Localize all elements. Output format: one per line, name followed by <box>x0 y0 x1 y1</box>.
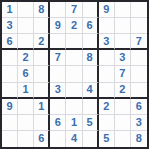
cell-r5c6[interactable] <box>83 66 99 82</box>
cell-r5c2[interactable]: 6 <box>18 66 34 82</box>
cell-r9c3[interactable]: 6 <box>34 131 50 147</box>
cell-r9c7[interactable]: 5 <box>99 131 115 147</box>
cell-r4c5[interactable] <box>66 50 82 66</box>
cell-r3c7[interactable]: 3 <box>99 34 115 50</box>
cell-r5c4[interactable] <box>50 66 66 82</box>
given-digit: 6 <box>55 117 61 128</box>
cell-r3c9[interactable]: 7 <box>131 34 147 50</box>
cell-r3c8[interactable] <box>115 34 131 50</box>
cell-r7c4[interactable] <box>50 99 66 115</box>
given-digit: 6 <box>87 20 93 31</box>
cell-r6c1[interactable] <box>2 83 18 99</box>
cell-r5c1[interactable] <box>2 66 18 82</box>
cell-r6c4[interactable]: 3 <box>50 83 66 99</box>
cell-r5c8[interactable]: 7 <box>115 66 131 82</box>
given-digit: 7 <box>119 68 125 79</box>
cell-r3c1[interactable]: 6 <box>2 34 18 50</box>
given-digit: 5 <box>103 133 109 144</box>
sudoku-board: 1879392662372783671342912661536458 <box>0 0 149 149</box>
given-digit: 3 <box>6 20 12 31</box>
given-digit: 2 <box>38 36 44 47</box>
given-digit: 8 <box>136 133 142 144</box>
cell-r8c5[interactable]: 1 <box>66 115 82 131</box>
cell-r8c8[interactable] <box>115 115 131 131</box>
given-digit: 6 <box>136 101 142 112</box>
given-digit: 3 <box>103 36 109 47</box>
cell-r4c8[interactable]: 3 <box>115 50 131 66</box>
cell-r4c9[interactable] <box>131 50 147 66</box>
cell-r1c1[interactable]: 1 <box>2 2 18 18</box>
cell-r8c9[interactable]: 3 <box>131 115 147 131</box>
cell-r8c4[interactable]: 6 <box>50 115 66 131</box>
cell-r4c2[interactable]: 2 <box>18 50 34 66</box>
given-digit: 8 <box>38 4 44 15</box>
cell-r7c1[interactable]: 9 <box>2 99 18 115</box>
cell-r3c4[interactable] <box>50 34 66 50</box>
cell-r7c2[interactable] <box>18 99 34 115</box>
cell-r8c3[interactable] <box>34 115 50 131</box>
cell-r9c6[interactable] <box>83 131 99 147</box>
given-digit: 6 <box>23 68 29 79</box>
cell-r2c4[interactable]: 9 <box>50 18 66 34</box>
cell-r6c9[interactable] <box>131 83 147 99</box>
cell-r6c6[interactable]: 4 <box>83 83 99 99</box>
cell-r9c1[interactable] <box>2 131 18 147</box>
given-digit: 2 <box>23 52 29 63</box>
given-digit: 3 <box>119 52 125 63</box>
sudoku-app: 1879392662372783671342912661536458 <box>0 0 150 150</box>
cell-r7c9[interactable]: 6 <box>131 99 147 115</box>
cell-r2c3[interactable] <box>34 18 50 34</box>
cell-r8c1[interactable] <box>2 115 18 131</box>
cell-r3c3[interactable]: 2 <box>34 34 50 50</box>
given-digit: 4 <box>71 133 77 144</box>
cell-r8c7[interactable] <box>99 115 115 131</box>
given-digit: 9 <box>6 101 12 112</box>
cell-r7c7[interactable]: 2 <box>99 99 115 115</box>
cell-r5c9[interactable] <box>131 66 147 82</box>
given-digit: 5 <box>87 117 93 128</box>
cell-r9c5[interactable]: 4 <box>66 131 82 147</box>
cell-r6c2[interactable]: 1 <box>18 83 34 99</box>
cell-r1c5[interactable]: 7 <box>66 2 82 18</box>
cell-r7c5[interactable] <box>66 99 82 115</box>
cell-r9c2[interactable] <box>18 131 34 147</box>
given-digit: 1 <box>38 101 44 112</box>
cell-r4c7[interactable] <box>99 50 115 66</box>
given-digit: 2 <box>103 101 109 112</box>
cell-r1c2[interactable] <box>18 2 34 18</box>
cell-r2c2[interactable] <box>18 18 34 34</box>
cell-r8c6[interactable]: 5 <box>83 115 99 131</box>
cell-r5c3[interactable] <box>34 66 50 82</box>
cell-r1c9[interactable] <box>131 2 147 18</box>
cell-r1c6[interactable] <box>83 2 99 18</box>
cell-r9c8[interactable] <box>115 131 131 147</box>
cell-r2c8[interactable] <box>115 18 131 34</box>
given-digit: 3 <box>136 117 142 128</box>
cell-r6c7[interactable] <box>99 83 115 99</box>
cell-r3c2[interactable] <box>18 34 34 50</box>
given-digit: 8 <box>87 52 93 63</box>
cell-r1c8[interactable] <box>115 2 131 18</box>
cell-r4c3[interactable] <box>34 50 50 66</box>
given-digit: 9 <box>55 20 61 31</box>
cell-r1c3[interactable]: 8 <box>34 2 50 18</box>
given-digit: 1 <box>23 84 29 95</box>
cell-r4c6[interactable]: 8 <box>83 50 99 66</box>
cell-r7c6[interactable] <box>83 99 99 115</box>
cell-r2c5[interactable]: 2 <box>66 18 82 34</box>
cell-r7c8[interactable] <box>115 99 131 115</box>
cell-r2c1[interactable]: 3 <box>2 18 18 34</box>
cell-r1c7[interactable]: 9 <box>99 2 115 18</box>
cell-r6c5[interactable] <box>66 83 82 99</box>
cell-r2c9[interactable] <box>131 18 147 34</box>
given-digit: 9 <box>103 4 109 15</box>
given-digit: 1 <box>6 4 12 15</box>
given-digit: 1 <box>71 117 77 128</box>
cell-r1c4[interactable] <box>50 2 66 18</box>
cell-r5c5[interactable] <box>66 66 82 82</box>
cell-r4c1[interactable] <box>2 50 18 66</box>
cell-r8c2[interactable] <box>18 115 34 131</box>
given-digit: 7 <box>136 36 142 47</box>
cell-r2c7[interactable] <box>99 18 115 34</box>
cell-r2c6[interactable]: 6 <box>83 18 99 34</box>
given-digit: 4 <box>87 84 93 95</box>
given-digit: 3 <box>55 84 61 95</box>
cell-r7c3[interactable]: 1 <box>34 99 50 115</box>
cell-r6c8[interactable]: 2 <box>115 83 131 99</box>
given-digit: 2 <box>119 84 125 95</box>
given-digit: 6 <box>6 36 12 47</box>
cell-r4c4[interactable]: 7 <box>50 50 66 66</box>
cell-r6c3[interactable] <box>34 83 50 99</box>
cell-r9c4[interactable] <box>50 131 66 147</box>
given-digit: 7 <box>55 52 61 63</box>
given-digit: 6 <box>38 133 44 144</box>
cell-r9c9[interactable]: 8 <box>131 131 147 147</box>
given-digit: 7 <box>71 4 77 15</box>
cell-r3c5[interactable] <box>66 34 82 50</box>
given-digit: 2 <box>71 20 77 31</box>
cell-r3c6[interactable] <box>83 34 99 50</box>
cell-r5c7[interactable] <box>99 66 115 82</box>
